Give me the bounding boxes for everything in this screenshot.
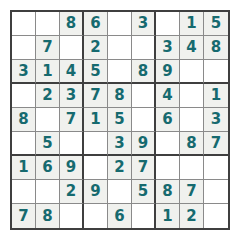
sudoku-cell-r3c3: 4 — [60, 60, 84, 84]
sudoku-cell-r3c5[interactable] — [108, 60, 132, 84]
sudoku-cell-r1c4: 6 — [84, 12, 108, 36]
sudoku-cell-r5c7: 6 — [156, 108, 180, 132]
sudoku-cell-r2c2: 7 — [36, 36, 60, 60]
sudoku-cell-r1c6: 3 — [132, 12, 156, 36]
sudoku-cell-r5c6[interactable] — [132, 108, 156, 132]
sudoku-cell-r9c9[interactable] — [204, 204, 228, 228]
sudoku-cell-r1c8: 1 — [180, 12, 204, 36]
sudoku-page: 8631572348314589237841871563539871692729… — [0, 0, 240, 240]
sudoku-cell-r3c2: 1 — [36, 60, 60, 84]
sudoku-cell-r3c8[interactable] — [180, 60, 204, 84]
sudoku-cell-r9c2: 8 — [36, 204, 60, 228]
sudoku-cell-r8c8: 7 — [180, 180, 204, 204]
sudoku-cell-r8c6: 5 — [132, 180, 156, 204]
sudoku-cell-r1c3: 8 — [60, 12, 84, 36]
sudoku-cell-r2c7: 3 — [156, 36, 180, 60]
sudoku-cell-r4c8[interactable] — [180, 84, 204, 108]
sudoku-cell-r4c4: 7 — [84, 84, 108, 108]
sudoku-cell-r4c7: 4 — [156, 84, 180, 108]
sudoku-cell-r6c3[interactable] — [60, 132, 84, 156]
sudoku-cell-r5c1: 8 — [12, 108, 36, 132]
sudoku-grid: 8631572348314589237841871563539871692729… — [10, 10, 230, 230]
sudoku-cell-r1c5[interactable] — [108, 12, 132, 36]
sudoku-cell-r4c5: 8 — [108, 84, 132, 108]
sudoku-cell-r3c1: 3 — [12, 60, 36, 84]
sudoku-cell-r7c8[interactable] — [180, 156, 204, 180]
sudoku-cell-r3c4: 5 — [84, 60, 108, 84]
sudoku-cell-r1c1[interactable] — [12, 12, 36, 36]
sudoku-cell-r6c1[interactable] — [12, 132, 36, 156]
sudoku-cell-r6c4[interactable] — [84, 132, 108, 156]
sudoku-cell-r2c9: 8 — [204, 36, 228, 60]
sudoku-cell-r5c2[interactable] — [36, 108, 60, 132]
sudoku-cell-r9c1: 7 — [12, 204, 36, 228]
sudoku-cell-r7c4[interactable] — [84, 156, 108, 180]
sudoku-cell-r7c3: 9 — [60, 156, 84, 180]
sudoku-cell-r9c4[interactable] — [84, 204, 108, 228]
sudoku-cell-r6c5: 3 — [108, 132, 132, 156]
sudoku-cell-r6c2: 5 — [36, 132, 60, 156]
sudoku-cell-r9c8: 2 — [180, 204, 204, 228]
sudoku-cell-r9c7: 1 — [156, 204, 180, 228]
sudoku-cell-r1c2[interactable] — [36, 12, 60, 36]
sudoku-cell-r7c9[interactable] — [204, 156, 228, 180]
sudoku-cell-r7c5: 2 — [108, 156, 132, 180]
sudoku-cell-r5c3: 7 — [60, 108, 84, 132]
sudoku-cell-r6c6: 9 — [132, 132, 156, 156]
sudoku-cell-r5c5: 5 — [108, 108, 132, 132]
sudoku-cell-r8c1[interactable] — [12, 180, 36, 204]
sudoku-cell-r2c5[interactable] — [108, 36, 132, 60]
sudoku-cell-r8c2[interactable] — [36, 180, 60, 204]
sudoku-cell-r4c9: 1 — [204, 84, 228, 108]
sudoku-cell-r2c1[interactable] — [12, 36, 36, 60]
sudoku-cell-r8c9[interactable] — [204, 180, 228, 204]
sudoku-cell-r7c2: 6 — [36, 156, 60, 180]
sudoku-cell-r3c9[interactable] — [204, 60, 228, 84]
sudoku-cell-r6c8: 8 — [180, 132, 204, 156]
sudoku-cell-r4c1[interactable] — [12, 84, 36, 108]
sudoku-cell-r9c5: 6 — [108, 204, 132, 228]
sudoku-cell-r9c6[interactable] — [132, 204, 156, 228]
sudoku-cell-r9c3[interactable] — [60, 204, 84, 228]
sudoku-cell-r7c6: 7 — [132, 156, 156, 180]
sudoku-cell-r4c2: 2 — [36, 84, 60, 108]
sudoku-cell-r4c6[interactable] — [132, 84, 156, 108]
sudoku-cell-r5c9: 3 — [204, 108, 228, 132]
sudoku-cell-r8c4: 9 — [84, 180, 108, 204]
sudoku-cell-r6c9: 7 — [204, 132, 228, 156]
sudoku-cell-r1c7[interactable] — [156, 12, 180, 36]
sudoku-cell-r2c4: 2 — [84, 36, 108, 60]
sudoku-cell-r3c7: 9 — [156, 60, 180, 84]
sudoku-cell-r4c3: 3 — [60, 84, 84, 108]
sudoku-cell-r5c4: 1 — [84, 108, 108, 132]
sudoku-cell-r3c6: 8 — [132, 60, 156, 84]
sudoku-cell-r2c3[interactable] — [60, 36, 84, 60]
sudoku-cell-r2c8: 4 — [180, 36, 204, 60]
sudoku-cell-r8c5[interactable] — [108, 180, 132, 204]
sudoku-cell-r8c3: 2 — [60, 180, 84, 204]
sudoku-cell-r5c8[interactable] — [180, 108, 204, 132]
sudoku-cell-r6c7[interactable] — [156, 132, 180, 156]
sudoku-cell-r8c7: 8 — [156, 180, 180, 204]
sudoku-cell-r7c7[interactable] — [156, 156, 180, 180]
sudoku-cell-r2c6[interactable] — [132, 36, 156, 60]
sudoku-cell-r7c1: 1 — [12, 156, 36, 180]
sudoku-cell-r1c9: 5 — [204, 12, 228, 36]
